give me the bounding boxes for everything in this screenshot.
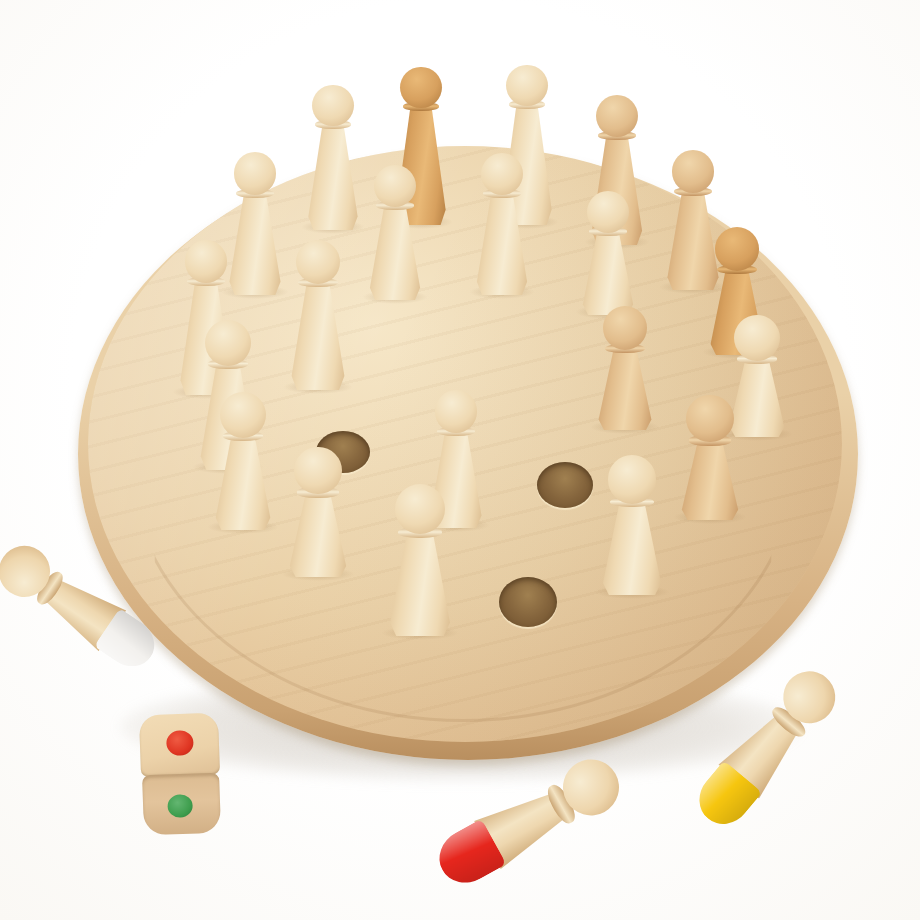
color-die[interactable] [139,713,222,836]
peg-head [395,484,445,534]
peg[interactable] [288,240,348,390]
peg-head [234,152,277,195]
peg-head [596,95,638,137]
peg-head [312,85,353,126]
peg[interactable] [367,165,424,300]
peg-head [734,315,780,361]
peg-body [286,493,350,577]
peg-hole[interactable] [499,577,557,627]
peg[interactable] [580,191,637,315]
peg-body [212,437,274,530]
die-top-face [139,713,220,778]
peg-head [220,392,266,438]
peg-body [386,533,454,636]
peg-hole[interactable] [537,462,593,508]
die-green-dot [167,794,193,818]
peg-body [580,232,637,315]
peg[interactable] [386,484,454,636]
peg-body [595,349,655,430]
peg-body [367,206,424,300]
peg-body [678,441,742,520]
peg-body [599,503,665,595]
peg[interactable] [305,85,361,230]
peg-head [481,153,523,195]
die-red-dot [165,730,193,756]
peg-head [672,150,715,193]
peg-head [205,320,251,366]
peg-body [305,125,361,230]
peg-head [587,191,629,233]
peg[interactable] [678,395,742,520]
peg-head [435,390,478,433]
peg-head [185,240,228,283]
peg-head [608,455,657,504]
peg[interactable] [286,447,350,577]
die-front-face [142,773,221,836]
peg[interactable] [212,392,274,530]
peg-body [288,283,348,390]
peg-head [400,67,441,108]
peg-head [603,306,647,350]
peg-head [294,447,341,494]
peg-head [686,395,733,442]
peg-head [296,240,340,284]
photo-scene [0,0,920,920]
peg-head [506,65,547,106]
peg-head [715,227,759,271]
peg-body [474,194,531,295]
peg-head [374,165,416,207]
peg[interactable] [599,455,665,595]
peg[interactable] [595,306,655,430]
peg[interactable] [474,153,531,295]
